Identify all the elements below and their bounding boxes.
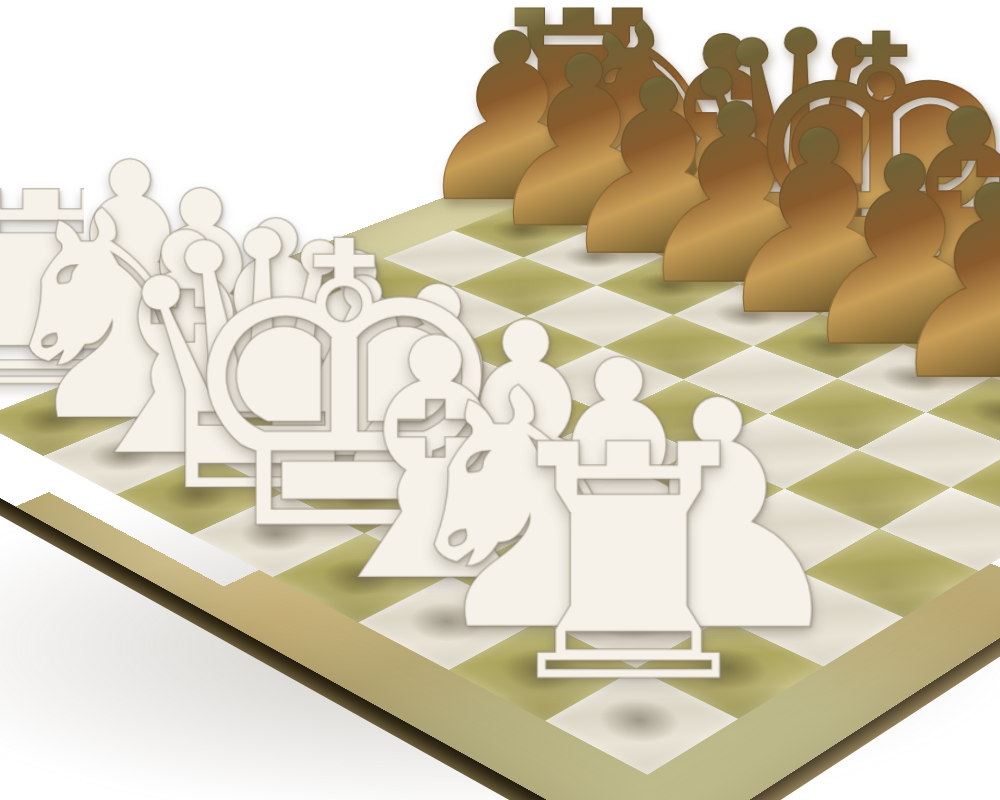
product-photo: ♜♞♝♛♚♝♞♜♟♟♟♟♟♟♟♟♟♟♟♟♟♟♟♟♜♞♝♛♚♝♞♜: [0, 0, 1000, 800]
rook-glyph: ♜: [483, 403, 774, 728]
square-c8: [664, 229, 804, 285]
bishop-glyph: ♝: [609, 5, 838, 261]
square-a8: [521, 178, 655, 229]
pawn-glyph: ♟: [551, 48, 767, 289]
knight-glyph: ♞: [541, 0, 757, 233]
photo-scene: ♜♞♝♛♚♝♞♜♟♟♟♟♟♟♟♟♟♟♟♟♟♟♟♟♜♞♝♛♚♝♞♜: [0, 0, 1000, 800]
pawn-glyph: ♟: [969, 181, 1000, 453]
piece-contact-shadow: [676, 234, 789, 279]
piece-contact-shadow: [602, 208, 712, 251]
square-d8: [740, 255, 883, 314]
square-b8: [591, 203, 728, 256]
pawn-glyph: ♟: [626, 72, 847, 319]
piece-contact-shadow: [532, 183, 640, 224]
piece-contact-shadow: [752, 261, 868, 308]
